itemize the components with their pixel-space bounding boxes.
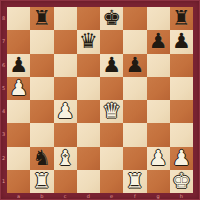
square-e1[interactable]: [100, 170, 123, 193]
square-g3[interactable]: [147, 123, 170, 146]
square-f4[interactable]: [123, 100, 146, 123]
square-g8[interactable]: [147, 7, 170, 30]
chess-board-frame: ♜♚♜♛♟♟♟♟♟♟♟♛♞♝♟♟♜♜♚ 87654321 abcdefgh: [0, 0, 200, 200]
square-d2[interactable]: [77, 147, 100, 170]
square-b8[interactable]: ♜: [30, 7, 53, 30]
square-h7[interactable]: ♟: [170, 30, 193, 53]
file-label-e: e: [100, 193, 123, 200]
square-c4[interactable]: ♟: [54, 100, 77, 123]
square-h8[interactable]: ♜: [170, 7, 193, 30]
square-d3[interactable]: [77, 123, 100, 146]
square-f5[interactable]: [123, 77, 146, 100]
square-e6[interactable]: ♟: [100, 54, 123, 77]
white-king[interactable]: ♚: [172, 169, 191, 192]
square-g2[interactable]: ♟: [147, 147, 170, 170]
square-b7[interactable]: [30, 30, 53, 53]
square-c7[interactable]: [54, 30, 77, 53]
square-a8[interactable]: [7, 7, 30, 30]
black-pawn[interactable]: ♟: [172, 30, 191, 53]
white-rook[interactable]: ♜: [125, 169, 144, 192]
file-label-d: d: [77, 193, 100, 200]
file-label-h: h: [170, 193, 193, 200]
square-e4[interactable]: ♛: [100, 100, 123, 123]
file-label-g: g: [147, 193, 170, 200]
square-c2[interactable]: ♝: [54, 147, 77, 170]
square-h3[interactable]: [170, 123, 193, 146]
black-knight[interactable]: ♞: [32, 146, 51, 169]
square-a7[interactable]: [7, 30, 30, 53]
black-pawn[interactable]: ♟: [9, 53, 28, 76]
file-label-b: b: [30, 193, 53, 200]
square-a5[interactable]: ♟: [7, 77, 30, 100]
white-bishop[interactable]: ♝: [56, 146, 75, 169]
square-f3[interactable]: [123, 123, 146, 146]
square-f1[interactable]: ♜: [123, 170, 146, 193]
square-f6[interactable]: ♟: [123, 54, 146, 77]
rank-label-5: 5: [0, 77, 7, 100]
square-a1[interactable]: [7, 170, 30, 193]
square-b6[interactable]: [30, 54, 53, 77]
square-d8[interactable]: [77, 7, 100, 30]
black-pawn[interactable]: ♟: [102, 53, 121, 76]
square-c8[interactable]: [54, 7, 77, 30]
white-pawn[interactable]: ♟: [9, 76, 28, 99]
square-g1[interactable]: [147, 170, 170, 193]
square-a3[interactable]: [7, 123, 30, 146]
black-pawn[interactable]: ♟: [149, 30, 168, 53]
file-label-a: a: [7, 193, 30, 200]
square-e3[interactable]: [100, 123, 123, 146]
black-rook[interactable]: ♜: [32, 7, 51, 30]
rank-label-6: 6: [0, 54, 7, 77]
rank-label-7: 7: [0, 30, 7, 53]
square-h1[interactable]: ♚: [170, 170, 193, 193]
square-d4[interactable]: [77, 100, 100, 123]
square-b2[interactable]: ♞: [30, 147, 53, 170]
square-b5[interactable]: [30, 77, 53, 100]
square-g7[interactable]: ♟: [147, 30, 170, 53]
square-f2[interactable]: [123, 147, 146, 170]
rank-label-2: 2: [0, 147, 7, 170]
black-pawn[interactable]: ♟: [125, 53, 144, 76]
square-b3[interactable]: [30, 123, 53, 146]
square-g4[interactable]: [147, 100, 170, 123]
rank-label-3: 3: [0, 123, 7, 146]
white-pawn[interactable]: ♟: [56, 100, 75, 123]
square-c6[interactable]: [54, 54, 77, 77]
rank-label-4: 4: [0, 100, 7, 123]
white-rook[interactable]: ♜: [32, 169, 51, 192]
chess-board: ♜♚♜♛♟♟♟♟♟♟♟♛♞♝♟♟♜♜♚: [7, 7, 193, 193]
square-d7[interactable]: ♛: [77, 30, 100, 53]
white-pawn[interactable]: ♟: [172, 146, 191, 169]
black-rook[interactable]: ♜: [172, 7, 191, 30]
square-d6[interactable]: [77, 54, 100, 77]
square-f7[interactable]: [123, 30, 146, 53]
square-c5[interactable]: [54, 77, 77, 100]
square-c1[interactable]: [54, 170, 77, 193]
square-h6[interactable]: [170, 54, 193, 77]
black-queen[interactable]: ♛: [79, 30, 98, 53]
file-label-f: f: [123, 193, 146, 200]
square-h5[interactable]: [170, 77, 193, 100]
rank-label-1: 1: [0, 170, 7, 193]
square-d5[interactable]: [77, 77, 100, 100]
square-e2[interactable]: [100, 147, 123, 170]
square-c3[interactable]: [54, 123, 77, 146]
file-label-c: c: [54, 193, 77, 200]
square-e8[interactable]: ♚: [100, 7, 123, 30]
square-b4[interactable]: [30, 100, 53, 123]
white-queen[interactable]: ♛: [102, 100, 121, 123]
square-h2[interactable]: ♟: [170, 147, 193, 170]
square-a6[interactable]: ♟: [7, 54, 30, 77]
square-f8[interactable]: [123, 7, 146, 30]
square-e7[interactable]: [100, 30, 123, 53]
rank-label-8: 8: [0, 7, 7, 30]
white-pawn[interactable]: ♟: [149, 146, 168, 169]
square-d1[interactable]: [77, 170, 100, 193]
square-g5[interactable]: [147, 77, 170, 100]
square-a4[interactable]: [7, 100, 30, 123]
square-h4[interactable]: [170, 100, 193, 123]
square-g6[interactable]: [147, 54, 170, 77]
square-b1[interactable]: ♜: [30, 170, 53, 193]
square-e5[interactable]: [100, 77, 123, 100]
black-king[interactable]: ♚: [102, 7, 121, 30]
square-a2[interactable]: [7, 147, 30, 170]
